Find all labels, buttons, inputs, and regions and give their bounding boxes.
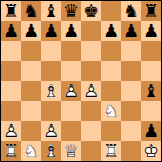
piece-black-rook: ♜ (141, 1, 161, 21)
square-e1[interactable] (81, 141, 101, 161)
square-d2[interactable] (61, 121, 81, 141)
square-g8[interactable]: ♞ (121, 1, 141, 21)
square-a8[interactable]: ♜ (1, 1, 21, 21)
square-b7[interactable]: ♟ (21, 21, 41, 41)
piece-white-rook: ♜♖ (1, 141, 21, 161)
piece-black-pawn: ♟ (121, 21, 141, 41)
square-c1[interactable]: ♝♗ (41, 141, 61, 161)
square-e6[interactable] (81, 41, 101, 61)
piece-glyph: ♜ (141, 1, 161, 21)
piece-glyph-outline: ♙ (81, 81, 101, 101)
piece-black-pawn: ♟ (1, 21, 21, 41)
square-d4[interactable]: ♟♙ (61, 81, 81, 101)
square-h4[interactable]: ♝ (141, 81, 161, 101)
piece-white-rook: ♜♖ (101, 141, 121, 161)
square-e4[interactable]: ♟♙ (81, 81, 101, 101)
piece-black-bishop: ♝ (141, 81, 161, 101)
piece-glyph: ♞ (21, 1, 41, 21)
piece-black-king: ♚ (81, 1, 101, 21)
square-d1[interactable]: ♛♕ (61, 141, 81, 161)
piece-black-knight: ♞ (21, 1, 41, 21)
square-c7[interactable]: ♟ (41, 21, 61, 41)
square-e2[interactable] (81, 121, 101, 141)
square-b6[interactable] (21, 41, 41, 61)
piece-glyph: ♟ (1, 21, 21, 41)
square-h1[interactable]: ♚♔ (141, 141, 161, 161)
square-g2[interactable] (121, 121, 141, 141)
piece-white-knight: ♞♘ (21, 141, 41, 161)
square-b4[interactable] (21, 81, 41, 101)
piece-glyph: ♟ (101, 21, 121, 41)
piece-glyph-outline: ♗ (41, 81, 61, 101)
square-f2[interactable] (101, 121, 121, 141)
piece-black-knight: ♞ (121, 1, 141, 21)
square-b2[interactable] (21, 121, 41, 141)
piece-glyph: ♟ (121, 21, 141, 41)
square-e5[interactable] (81, 61, 101, 81)
piece-black-queen: ♛ (61, 1, 81, 21)
square-h8[interactable]: ♜ (141, 1, 161, 21)
piece-white-pawn: ♟♙ (81, 81, 101, 101)
square-c8[interactable]: ♝ (41, 1, 61, 21)
piece-white-queen: ♛♕ (61, 141, 81, 161)
square-g7[interactable]: ♟ (121, 21, 141, 41)
square-e8[interactable]: ♚ (81, 1, 101, 21)
square-b8[interactable]: ♞ (21, 1, 41, 21)
square-c5[interactable] (41, 61, 61, 81)
square-g6[interactable] (121, 41, 141, 61)
piece-glyph-outline: ♕ (61, 141, 81, 161)
square-a4[interactable] (1, 81, 21, 101)
piece-glyph-outline: ♘ (101, 101, 121, 121)
square-h7[interactable]: ♟ (141, 21, 161, 41)
square-a2[interactable]: ♟♙ (1, 121, 21, 141)
piece-white-bishop: ♝♗ (41, 141, 61, 161)
square-f5[interactable] (101, 61, 121, 81)
square-f1[interactable]: ♜♖ (101, 141, 121, 161)
square-d5[interactable] (61, 61, 81, 81)
square-c6[interactable] (41, 41, 61, 61)
square-c4[interactable]: ♝♗ (41, 81, 61, 101)
square-b3[interactable] (21, 101, 41, 121)
square-f6[interactable] (101, 41, 121, 61)
piece-black-pawn: ♟ (61, 21, 81, 41)
piece-glyph: ♟ (41, 21, 61, 41)
square-d6[interactable] (61, 41, 81, 61)
piece-white-knight: ♞♘ (101, 101, 121, 121)
piece-black-pawn: ♟ (101, 21, 121, 41)
square-g5[interactable] (121, 61, 141, 81)
square-a5[interactable] (1, 61, 21, 81)
piece-glyph: ♟ (61, 21, 81, 41)
square-a6[interactable] (1, 41, 21, 61)
square-d7[interactable]: ♟ (61, 21, 81, 41)
square-a3[interactable] (1, 101, 21, 121)
square-h6[interactable] (141, 41, 161, 61)
piece-glyph: ♝ (141, 81, 161, 101)
piece-white-pawn: ♟♙ (61, 81, 81, 101)
piece-glyph: ♟ (21, 21, 41, 41)
piece-glyph-outline: ♔ (141, 141, 161, 161)
square-f4[interactable] (101, 81, 121, 101)
piece-white-pawn: ♟♙ (41, 121, 61, 141)
square-h5[interactable] (141, 61, 161, 81)
piece-white-pawn: ♟♙ (1, 121, 21, 141)
piece-white-king: ♚♔ (141, 141, 161, 161)
square-h3[interactable] (141, 101, 161, 121)
piece-glyph-outline: ♘ (21, 141, 41, 161)
piece-glyph: ♚ (81, 1, 101, 21)
piece-glyph-outline: ♖ (1, 141, 21, 161)
square-c2[interactable]: ♟♙ (41, 121, 61, 141)
square-c3[interactable] (41, 101, 61, 121)
square-a7[interactable]: ♟ (1, 21, 21, 41)
square-d8[interactable]: ♛ (61, 1, 81, 21)
piece-glyph-outline: ♖ (101, 141, 121, 161)
piece-glyph: ♟ (141, 121, 161, 141)
piece-glyph: ♛ (61, 1, 81, 21)
piece-glyph: ♞ (121, 1, 141, 21)
square-b1[interactable]: ♞♘ (21, 141, 41, 161)
piece-black-pawn: ♟ (21, 21, 41, 41)
piece-glyph: ♝ (41, 1, 61, 21)
square-d3[interactable] (61, 101, 81, 121)
square-f3[interactable]: ♞♘ (101, 101, 121, 121)
square-g1[interactable] (121, 141, 141, 161)
piece-glyph-outline: ♙ (1, 121, 21, 141)
square-f8[interactable] (101, 1, 121, 21)
piece-glyph: ♜ (1, 1, 21, 21)
piece-black-bishop: ♝ (41, 1, 61, 21)
square-h2[interactable]: ♟ (141, 121, 161, 141)
square-e3[interactable] (81, 101, 101, 121)
square-e7[interactable] (81, 21, 101, 41)
piece-glyph-outline: ♙ (41, 121, 61, 141)
piece-white-bishop: ♝♗ (41, 81, 61, 101)
square-f7[interactable]: ♟ (101, 21, 121, 41)
square-g4[interactable] (121, 81, 141, 101)
square-a1[interactable]: ♜♖ (1, 141, 21, 161)
square-g3[interactable] (121, 101, 141, 121)
piece-black-pawn: ♟ (141, 121, 161, 141)
chess-board: ♜♞♝♛♚♞♜♟♟♟♟♟♟♟♝♗♟♙♟♙♝♞♘♟♙♟♙♟♜♖♞♘♝♗♛♕♜♖♚♔ (0, 0, 162, 162)
piece-black-pawn: ♟ (41, 21, 61, 41)
piece-glyph-outline: ♙ (61, 81, 81, 101)
piece-glyph: ♟ (141, 21, 161, 41)
piece-black-rook: ♜ (1, 1, 21, 21)
piece-glyph-outline: ♗ (41, 141, 61, 161)
square-b5[interactable] (21, 61, 41, 81)
piece-black-pawn: ♟ (141, 21, 161, 41)
